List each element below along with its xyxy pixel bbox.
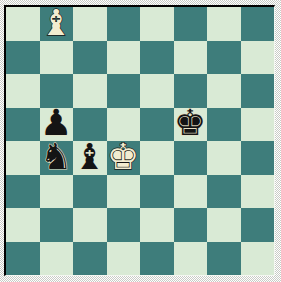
square-g7[interactable] xyxy=(207,41,241,75)
square-f8[interactable] xyxy=(174,7,208,41)
square-h1[interactable] xyxy=(241,242,275,276)
square-b2[interactable] xyxy=(40,208,74,242)
square-g4[interactable] xyxy=(207,141,241,175)
square-a3[interactable] xyxy=(6,175,40,209)
black-king[interactable]: ♚ xyxy=(174,105,206,141)
square-a5[interactable] xyxy=(6,108,40,142)
square-f3[interactable] xyxy=(174,175,208,209)
square-a6[interactable] xyxy=(6,74,40,108)
square-g5[interactable] xyxy=(207,108,241,142)
square-h3[interactable] xyxy=(241,175,275,209)
square-g8[interactable] xyxy=(207,7,241,41)
square-b4[interactable]: ♞ xyxy=(40,141,74,175)
square-e4[interactable] xyxy=(140,141,174,175)
square-g6[interactable] xyxy=(207,74,241,108)
square-b1[interactable] xyxy=(40,242,74,276)
square-a2[interactable] xyxy=(6,208,40,242)
chess-board: ♝♟♚♞♝♚ xyxy=(6,7,274,275)
square-e1[interactable] xyxy=(140,242,174,276)
square-g1[interactable] xyxy=(207,242,241,276)
square-g2[interactable] xyxy=(207,208,241,242)
square-c6[interactable] xyxy=(73,74,107,108)
square-d6[interactable] xyxy=(107,74,141,108)
square-f1[interactable] xyxy=(174,242,208,276)
square-f2[interactable] xyxy=(174,208,208,242)
square-b7[interactable] xyxy=(40,41,74,75)
square-c7[interactable] xyxy=(73,41,107,75)
square-d8[interactable] xyxy=(107,7,141,41)
square-c3[interactable] xyxy=(73,175,107,209)
black-knight[interactable]: ♞ xyxy=(40,139,72,175)
square-e3[interactable] xyxy=(140,175,174,209)
square-h2[interactable] xyxy=(241,208,275,242)
board-frame: ♝♟♚♞♝♚ xyxy=(4,5,275,276)
square-b3[interactable] xyxy=(40,175,74,209)
square-a7[interactable] xyxy=(6,41,40,75)
white-king[interactable]: ♚ xyxy=(107,139,139,175)
square-c1[interactable] xyxy=(73,242,107,276)
square-d2[interactable] xyxy=(107,208,141,242)
square-e7[interactable] xyxy=(140,41,174,75)
square-g3[interactable] xyxy=(207,175,241,209)
square-c2[interactable] xyxy=(73,208,107,242)
square-b8[interactable]: ♝ xyxy=(40,7,74,41)
square-e2[interactable] xyxy=(140,208,174,242)
square-h8[interactable] xyxy=(241,7,275,41)
square-e5[interactable] xyxy=(140,108,174,142)
square-f5[interactable]: ♚ xyxy=(174,108,208,142)
black-bishop[interactable]: ♝ xyxy=(74,139,106,175)
white-bishop[interactable]: ♝ xyxy=(40,5,72,41)
square-h7[interactable] xyxy=(241,41,275,75)
square-a4[interactable] xyxy=(6,141,40,175)
square-h6[interactable] xyxy=(241,74,275,108)
square-a8[interactable] xyxy=(6,7,40,41)
square-h4[interactable] xyxy=(241,141,275,175)
square-d7[interactable] xyxy=(107,41,141,75)
square-a1[interactable] xyxy=(6,242,40,276)
square-d3[interactable] xyxy=(107,175,141,209)
square-c8[interactable] xyxy=(73,7,107,41)
square-d1[interactable] xyxy=(107,242,141,276)
square-f4[interactable] xyxy=(174,141,208,175)
square-e8[interactable] xyxy=(140,7,174,41)
chess-app-window: ♝♟♚♞♝♚ xyxy=(0,0,281,282)
square-e6[interactable] xyxy=(140,74,174,108)
square-d4[interactable]: ♚ xyxy=(107,141,141,175)
square-c4[interactable]: ♝ xyxy=(73,141,107,175)
square-h5[interactable] xyxy=(241,108,275,142)
square-f7[interactable] xyxy=(174,41,208,75)
